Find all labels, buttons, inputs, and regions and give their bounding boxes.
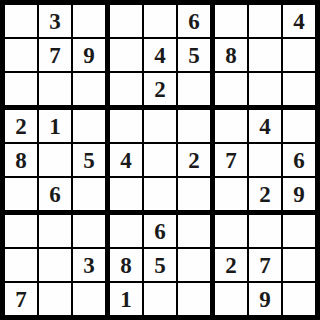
cell-r5c4-given: 4	[110, 144, 142, 176]
cell-r2c5-given: 4	[144, 39, 176, 71]
cell-r7c6-empty[interactable]	[178, 215, 210, 247]
cell-r6c9-given: 9	[283, 178, 315, 210]
cell-r6c4-empty[interactable]	[110, 178, 142, 210]
cell-r5c5-empty[interactable]	[144, 144, 176, 176]
cell-r6c7-empty[interactable]	[215, 178, 247, 210]
cell-r2c1-empty[interactable]	[5, 39, 37, 71]
cell-r4c7-empty[interactable]	[215, 110, 247, 142]
cell-r7c8-empty[interactable]	[249, 215, 281, 247]
cell-r8c7-given: 2	[215, 249, 247, 281]
cell-r5c2-empty[interactable]	[39, 144, 71, 176]
cell-r2c3-given: 9	[73, 39, 105, 71]
cell-r3c7-empty[interactable]	[215, 73, 247, 105]
cell-r3c9-empty[interactable]	[283, 73, 315, 105]
cell-r6c3-empty[interactable]	[73, 178, 105, 210]
cell-r4c2-given: 1	[39, 110, 71, 142]
sudoku-box-0-0: 379	[5, 5, 105, 105]
sudoku-box-2-1: 6851	[110, 215, 210, 315]
cell-r3c8-empty[interactable]	[249, 73, 281, 105]
cell-r1c1-empty[interactable]	[5, 5, 37, 37]
cell-r5c3-given: 5	[73, 144, 105, 176]
cell-r6c5-empty[interactable]	[144, 178, 176, 210]
cell-r6c6-empty[interactable]	[178, 178, 210, 210]
cell-r8c2-empty[interactable]	[39, 249, 71, 281]
sudoku-box-1-0: 21856	[5, 110, 105, 210]
cell-r9c8-given: 9	[249, 283, 281, 315]
cell-r4c1-given: 2	[5, 110, 37, 142]
cell-r4c3-empty[interactable]	[73, 110, 105, 142]
cell-r9c4-given: 1	[110, 283, 142, 315]
cell-r3c5-given: 2	[144, 73, 176, 105]
cell-r9c7-empty[interactable]	[215, 283, 247, 315]
cell-r5c7-given: 7	[215, 144, 247, 176]
cell-r8c6-empty[interactable]	[178, 249, 210, 281]
cell-r4c4-empty[interactable]	[110, 110, 142, 142]
cell-r7c7-empty[interactable]	[215, 215, 247, 247]
cell-r4c9-empty[interactable]	[283, 110, 315, 142]
cell-r9c1-given: 7	[5, 283, 37, 315]
cell-r8c5-given: 5	[144, 249, 176, 281]
cell-r2c6-given: 5	[178, 39, 210, 71]
cell-r7c1-empty[interactable]	[5, 215, 37, 247]
cell-r2c9-empty[interactable]	[283, 39, 315, 71]
cell-r5c1-given: 8	[5, 144, 37, 176]
cell-r7c2-empty[interactable]	[39, 215, 71, 247]
cell-r3c6-empty[interactable]	[178, 73, 210, 105]
cell-r8c4-given: 8	[110, 249, 142, 281]
cell-r9c5-empty[interactable]	[144, 283, 176, 315]
cell-r4c8-given: 4	[249, 110, 281, 142]
cell-r9c3-empty[interactable]	[73, 283, 105, 315]
cell-r7c3-empty[interactable]	[73, 215, 105, 247]
cell-r6c8-given: 2	[249, 178, 281, 210]
cell-r8c9-empty[interactable]	[283, 249, 315, 281]
cell-r9c9-empty[interactable]	[283, 283, 315, 315]
cell-r8c8-given: 7	[249, 249, 281, 281]
cell-r1c4-empty[interactable]	[110, 5, 142, 37]
sudoku-box-2-0: 37	[5, 215, 105, 315]
cell-r3c2-empty[interactable]	[39, 73, 71, 105]
cell-r3c1-empty[interactable]	[5, 73, 37, 105]
cell-r6c1-empty[interactable]	[5, 178, 37, 210]
cell-r5c8-empty[interactable]	[249, 144, 281, 176]
sudoku-box-1-2: 47629	[215, 110, 315, 210]
cell-r1c9-given: 4	[283, 5, 315, 37]
cell-r5c9-given: 6	[283, 144, 315, 176]
sudoku-box-2-2: 279	[215, 215, 315, 315]
cell-r2c4-empty[interactable]	[110, 39, 142, 71]
cell-r2c8-empty[interactable]	[249, 39, 281, 71]
cell-r7c9-empty[interactable]	[283, 215, 315, 247]
cell-r3c4-empty[interactable]	[110, 73, 142, 105]
cell-r9c6-empty[interactable]	[178, 283, 210, 315]
cell-r7c4-empty[interactable]	[110, 215, 142, 247]
cell-r1c3-empty[interactable]	[73, 5, 105, 37]
cell-r1c7-empty[interactable]	[215, 5, 247, 37]
sudoku-box-0-2: 48	[215, 5, 315, 105]
cell-r1c6-given: 6	[178, 5, 210, 37]
cell-r1c8-empty[interactable]	[249, 5, 281, 37]
cell-r9c2-empty[interactable]	[39, 283, 71, 315]
cell-r4c5-empty[interactable]	[144, 110, 176, 142]
cell-r6c2-given: 6	[39, 178, 71, 210]
sudoku-box-1-1: 42	[110, 110, 210, 210]
cell-r8c3-given: 3	[73, 249, 105, 281]
sudoku-box-0-1: 6452	[110, 5, 210, 105]
cell-r2c2-given: 7	[39, 39, 71, 71]
cell-r8c1-empty[interactable]	[5, 249, 37, 281]
cell-r5c6-given: 2	[178, 144, 210, 176]
cell-r1c2-given: 3	[39, 5, 71, 37]
cell-r1c5-empty[interactable]	[144, 5, 176, 37]
cell-r3c3-empty[interactable]	[73, 73, 105, 105]
sudoku-board: 379645248218564247629376851279	[0, 0, 320, 320]
cell-r4c6-empty[interactable]	[178, 110, 210, 142]
cell-r7c5-given: 6	[144, 215, 176, 247]
cell-r2c7-given: 8	[215, 39, 247, 71]
